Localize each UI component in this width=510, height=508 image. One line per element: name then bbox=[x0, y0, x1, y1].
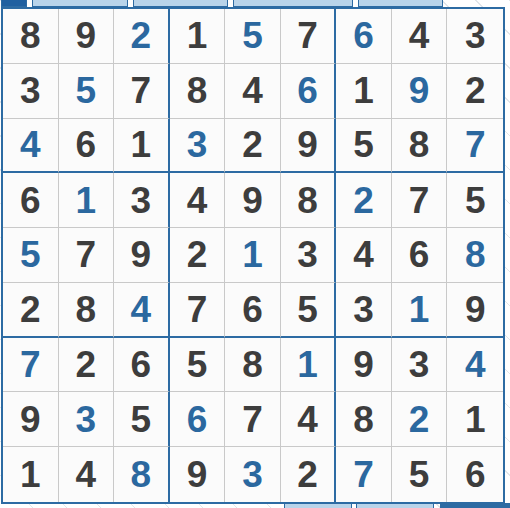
cell-r5c6[interactable]: 3 bbox=[281, 228, 337, 283]
cell-r7c2[interactable]: 2 bbox=[59, 338, 115, 393]
cell-r3c5[interactable]: 2 bbox=[225, 119, 281, 174]
cell-r6c4[interactable]: 7 bbox=[170, 283, 226, 338]
top-tab-3[interactable] bbox=[133, 0, 228, 7]
cell-r1c8[interactable]: 4 bbox=[392, 9, 448, 64]
cell-r5c5[interactable]: 1 bbox=[225, 228, 281, 283]
cell-r6c6[interactable]: 5 bbox=[281, 283, 337, 338]
cell-r6c8[interactable]: 1 bbox=[392, 283, 448, 338]
cell-r2c4[interactable]: 8 bbox=[170, 64, 226, 119]
cell-r8c4[interactable]: 6 bbox=[170, 392, 226, 447]
top-tab-2[interactable] bbox=[32, 0, 128, 7]
cell-r1c7[interactable]: 6 bbox=[336, 9, 392, 64]
cell-r2c7[interactable]: 1 bbox=[336, 64, 392, 119]
bottom-bar-2[interactable] bbox=[356, 503, 434, 508]
cell-r8c9[interactable]: 1 bbox=[447, 392, 503, 447]
sudoku-board: 8921576433578461924613295876134982755792… bbox=[1, 7, 505, 504]
cell-r4c6[interactable]: 8 bbox=[281, 173, 337, 228]
cell-r5c8[interactable]: 6 bbox=[392, 228, 448, 283]
cell-r2c8[interactable]: 9 bbox=[392, 64, 448, 119]
cell-r9c1[interactable]: 1 bbox=[3, 447, 59, 502]
cell-r4c1[interactable]: 6 bbox=[3, 173, 59, 228]
cell-r3c8[interactable]: 8 bbox=[392, 119, 448, 174]
cell-r1c2[interactable]: 9 bbox=[59, 9, 115, 64]
cell-r7c9[interactable]: 4 bbox=[447, 338, 503, 393]
cell-r4c7[interactable]: 2 bbox=[336, 173, 392, 228]
bottom-bar-3[interactable] bbox=[440, 503, 510, 508]
cell-r3c1[interactable]: 4 bbox=[3, 119, 59, 174]
cell-r3c9[interactable]: 7 bbox=[447, 119, 503, 174]
top-tab-5[interactable] bbox=[358, 0, 443, 7]
cell-r6c7[interactable]: 3 bbox=[336, 283, 392, 338]
cell-r4c5[interactable]: 9 bbox=[225, 173, 281, 228]
cell-r9c4[interactable]: 9 bbox=[170, 447, 226, 502]
cell-r5c3[interactable]: 9 bbox=[114, 228, 170, 283]
cell-r1c1[interactable]: 8 bbox=[3, 9, 59, 64]
cell-r9c6[interactable]: 2 bbox=[281, 447, 337, 502]
cell-r9c2[interactable]: 4 bbox=[59, 447, 115, 502]
cell-r4c3[interactable]: 3 bbox=[114, 173, 170, 228]
cell-r7c7[interactable]: 9 bbox=[336, 338, 392, 393]
cell-r6c9[interactable]: 9 bbox=[447, 283, 503, 338]
cell-r4c8[interactable]: 7 bbox=[392, 173, 448, 228]
sudoku-grid: 8921576433578461924613295876134982755792… bbox=[3, 9, 503, 502]
cell-r7c1[interactable]: 7 bbox=[3, 338, 59, 393]
cell-r7c3[interactable]: 6 bbox=[114, 338, 170, 393]
cell-r9c8[interactable]: 5 bbox=[392, 447, 448, 502]
cell-r5c2[interactable]: 7 bbox=[59, 228, 115, 283]
cell-r3c6[interactable]: 9 bbox=[281, 119, 337, 174]
top-tab-4[interactable] bbox=[233, 0, 353, 7]
cell-r5c9[interactable]: 8 bbox=[447, 228, 503, 283]
cell-r1c5[interactable]: 5 bbox=[225, 9, 281, 64]
cell-r8c3[interactable]: 5 bbox=[114, 392, 170, 447]
cell-r6c1[interactable]: 2 bbox=[3, 283, 59, 338]
cell-r8c6[interactable]: 4 bbox=[281, 392, 337, 447]
cell-r2c2[interactable]: 5 bbox=[59, 64, 115, 119]
cell-r4c2[interactable]: 1 bbox=[59, 173, 115, 228]
cell-r5c4[interactable]: 2 bbox=[170, 228, 226, 283]
cell-r7c5[interactable]: 8 bbox=[225, 338, 281, 393]
cell-r3c4[interactable]: 3 bbox=[170, 119, 226, 174]
cell-r4c9[interactable]: 5 bbox=[447, 173, 503, 228]
cell-r1c6[interactable]: 7 bbox=[281, 9, 337, 64]
cell-r8c8[interactable]: 2 bbox=[392, 392, 448, 447]
cell-r6c2[interactable]: 8 bbox=[59, 283, 115, 338]
cell-r6c5[interactable]: 6 bbox=[225, 283, 281, 338]
cell-r7c4[interactable]: 5 bbox=[170, 338, 226, 393]
cell-r1c3[interactable]: 2 bbox=[114, 9, 170, 64]
cell-r2c6[interactable]: 6 bbox=[281, 64, 337, 119]
cell-r6c3[interactable]: 4 bbox=[114, 283, 170, 338]
cell-r5c7[interactable]: 4 bbox=[336, 228, 392, 283]
cell-r1c4[interactable]: 1 bbox=[170, 9, 226, 64]
cell-r3c3[interactable]: 1 bbox=[114, 119, 170, 174]
cell-r8c2[interactable]: 3 bbox=[59, 392, 115, 447]
cell-r4c4[interactable]: 4 bbox=[170, 173, 226, 228]
cell-r5c1[interactable]: 5 bbox=[3, 228, 59, 283]
cell-r2c5[interactable]: 4 bbox=[225, 64, 281, 119]
bottom-bar-1[interactable] bbox=[284, 503, 352, 508]
cell-r2c9[interactable]: 2 bbox=[447, 64, 503, 119]
cell-r8c1[interactable]: 9 bbox=[3, 392, 59, 447]
cell-r7c8[interactable]: 3 bbox=[392, 338, 448, 393]
cell-r7c6[interactable]: 1 bbox=[281, 338, 337, 393]
cell-r8c7[interactable]: 8 bbox=[336, 392, 392, 447]
cell-r2c1[interactable]: 3 bbox=[3, 64, 59, 119]
top-tab-1[interactable] bbox=[1, 0, 27, 7]
cell-r9c5[interactable]: 3 bbox=[225, 447, 281, 502]
cell-r3c7[interactable]: 5 bbox=[336, 119, 392, 174]
cell-r9c9[interactable]: 6 bbox=[447, 447, 503, 502]
cell-r9c7[interactable]: 7 bbox=[336, 447, 392, 502]
cell-r3c2[interactable]: 6 bbox=[59, 119, 115, 174]
cell-r9c3[interactable]: 8 bbox=[114, 447, 170, 502]
cell-r1c9[interactable]: 3 bbox=[447, 9, 503, 64]
cell-r2c3[interactable]: 7 bbox=[114, 64, 170, 119]
cell-r8c5[interactable]: 7 bbox=[225, 392, 281, 447]
